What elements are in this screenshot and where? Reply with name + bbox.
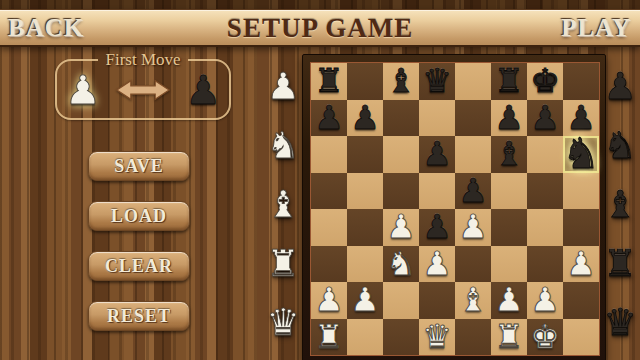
square-c3[interactable]: ♞ bbox=[383, 246, 419, 283]
square-f7[interactable]: ♟ bbox=[491, 100, 527, 137]
square-e1[interactable] bbox=[455, 319, 491, 356]
reset-button[interactable]: RESET bbox=[88, 301, 190, 331]
square-c6[interactable] bbox=[383, 136, 419, 173]
clear-button[interactable]: CLEAR bbox=[88, 251, 190, 281]
square-e6[interactable] bbox=[455, 136, 491, 173]
black-pawn-tray-piece[interactable]: ♟ bbox=[603, 66, 636, 107]
square-f6[interactable]: ♝ bbox=[491, 136, 527, 173]
square-d4[interactable]: ♟ bbox=[419, 209, 455, 246]
square-a3[interactable] bbox=[311, 246, 347, 283]
square-e2[interactable]: ♝ bbox=[455, 282, 491, 319]
black-queen[interactable]: ♛ bbox=[422, 63, 452, 99]
first-move-black-pawn[interactable]: ♟ bbox=[185, 70, 221, 110]
square-d1[interactable]: ♛ bbox=[419, 319, 455, 356]
square-c7[interactable] bbox=[383, 100, 419, 137]
square-f3[interactable] bbox=[491, 246, 527, 283]
white-pawn[interactable]: ♟ bbox=[458, 209, 488, 245]
white-pawn[interactable]: ♟ bbox=[386, 209, 416, 245]
black-piece-tray: ♟♞♝♜♛ bbox=[597, 66, 640, 343]
white-bishop-tray-piece[interactable]: ♝ bbox=[266, 184, 299, 225]
square-d3[interactable]: ♟ bbox=[419, 246, 455, 283]
white-pawn[interactable]: ♟ bbox=[314, 282, 344, 318]
clear-button-label: CLEAR bbox=[105, 256, 173, 277]
black-pawn[interactable]: ♟ bbox=[422, 136, 452, 172]
black-rook[interactable]: ♜ bbox=[494, 63, 524, 99]
black-pawn[interactable]: ♟ bbox=[350, 100, 380, 136]
square-h2[interactable] bbox=[563, 282, 599, 319]
load-button[interactable]: LOAD bbox=[88, 201, 190, 231]
white-bishop[interactable]: ♝ bbox=[458, 282, 488, 318]
square-b2[interactable]: ♟ bbox=[347, 282, 383, 319]
black-rook-tray-piece[interactable]: ♜ bbox=[603, 243, 636, 284]
square-h1[interactable] bbox=[563, 319, 599, 356]
black-queen-tray-piece[interactable]: ♛ bbox=[603, 302, 636, 343]
square-d8[interactable]: ♛ bbox=[419, 63, 455, 100]
square-g2[interactable]: ♟ bbox=[527, 282, 563, 319]
square-e3[interactable] bbox=[455, 246, 491, 283]
square-c2[interactable] bbox=[383, 282, 419, 319]
square-f1[interactable]: ♜ bbox=[491, 319, 527, 356]
square-h3[interactable]: ♟ bbox=[563, 246, 599, 283]
square-a1[interactable]: ♜ bbox=[311, 319, 347, 356]
white-knight[interactable]: ♞ bbox=[386, 246, 416, 282]
square-b6[interactable] bbox=[347, 136, 383, 173]
black-bishop[interactable]: ♝ bbox=[494, 136, 524, 172]
setup-game-screen: BACK SETUP GAME PLAY First Move ♟ ♟ SAVE… bbox=[0, 0, 640, 360]
square-g1[interactable]: ♚ bbox=[527, 319, 563, 356]
square-g4[interactable] bbox=[527, 209, 563, 246]
white-rook[interactable]: ♜ bbox=[494, 319, 524, 355]
square-b8[interactable] bbox=[347, 63, 383, 100]
load-button-label: LOAD bbox=[111, 206, 167, 227]
black-bishop-tray-piece[interactable]: ♝ bbox=[603, 184, 636, 225]
square-b4[interactable] bbox=[347, 209, 383, 246]
white-pawn[interactable]: ♟ bbox=[530, 282, 560, 318]
white-pawn[interactable]: ♟ bbox=[350, 282, 380, 318]
square-g8[interactable]: ♚ bbox=[527, 63, 563, 100]
white-pawn-tray-piece[interactable]: ♟ bbox=[266, 66, 299, 107]
first-move-label: First Move bbox=[98, 50, 187, 70]
first-move-selector: First Move ♟ ♟ bbox=[55, 50, 231, 120]
white-pawn[interactable]: ♟ bbox=[566, 246, 596, 282]
board-frame: ♜♝♛♜♚♟♟♟♟♟♟♝♞♟♟♟♟♞♟♟♟♟♝♟♟♜♛♜♚ bbox=[302, 54, 606, 360]
square-a5[interactable] bbox=[311, 173, 347, 210]
square-c5[interactable] bbox=[383, 173, 419, 210]
black-pawn[interactable]: ♟ bbox=[314, 100, 344, 136]
square-h8[interactable] bbox=[563, 63, 599, 100]
black-pawn[interactable]: ♟ bbox=[458, 173, 488, 209]
square-f8[interactable]: ♜ bbox=[491, 63, 527, 100]
square-c4[interactable]: ♟ bbox=[383, 209, 419, 246]
white-rook-tray-piece[interactable]: ♜ bbox=[266, 243, 299, 284]
black-pawn[interactable]: ♟ bbox=[530, 100, 560, 136]
white-pawn[interactable]: ♟ bbox=[494, 282, 524, 318]
black-bishop[interactable]: ♝ bbox=[386, 63, 416, 99]
square-a7[interactable]: ♟ bbox=[311, 100, 347, 137]
black-knight[interactable]: ♞ bbox=[562, 136, 600, 172]
save-button-label: SAVE bbox=[114, 156, 164, 177]
first-move-options: ♟ ♟ bbox=[65, 68, 221, 112]
square-e8[interactable] bbox=[455, 63, 491, 100]
black-rook[interactable]: ♜ bbox=[314, 63, 344, 99]
square-f2[interactable]: ♟ bbox=[491, 282, 527, 319]
white-rook[interactable]: ♜ bbox=[314, 319, 344, 355]
square-d7[interactable] bbox=[419, 100, 455, 137]
top-wood-strip bbox=[0, 0, 640, 9]
square-a8[interactable]: ♜ bbox=[311, 63, 347, 100]
square-c1[interactable] bbox=[383, 319, 419, 356]
play-button[interactable]: PLAY bbox=[561, 14, 631, 42]
square-e5[interactable]: ♟ bbox=[455, 173, 491, 210]
square-h6[interactable]: ♞ bbox=[563, 136, 599, 173]
square-a2[interactable]: ♟ bbox=[311, 282, 347, 319]
square-c8[interactable]: ♝ bbox=[383, 63, 419, 100]
first-move-white-pawn[interactable]: ♟ bbox=[65, 70, 101, 110]
white-queen-tray-piece[interactable]: ♛ bbox=[266, 302, 299, 343]
page-title: SETUP GAME bbox=[0, 13, 640, 44]
board: ♜♝♛♜♚♟♟♟♟♟♟♝♞♟♟♟♟♞♟♟♟♟♝♟♟♜♛♜♚ bbox=[310, 62, 600, 356]
square-b7[interactable]: ♟ bbox=[347, 100, 383, 137]
white-piece-tray: ♟♞♝♜♛ bbox=[260, 66, 306, 343]
square-e7[interactable] bbox=[455, 100, 491, 137]
square-g7[interactable]: ♟ bbox=[527, 100, 563, 137]
black-king[interactable]: ♚ bbox=[530, 63, 560, 99]
square-f5[interactable] bbox=[491, 173, 527, 210]
square-b3[interactable] bbox=[347, 246, 383, 283]
reset-button-label: RESET bbox=[107, 306, 171, 327]
square-d6[interactable]: ♟ bbox=[419, 136, 455, 173]
black-knight-tray-piece[interactable]: ♞ bbox=[603, 125, 636, 166]
square-e4[interactable]: ♟ bbox=[455, 209, 491, 246]
title-bar: BACK SETUP GAME PLAY bbox=[0, 9, 640, 47]
square-a6[interactable] bbox=[311, 136, 347, 173]
square-b1[interactable] bbox=[347, 319, 383, 356]
save-button[interactable]: SAVE bbox=[88, 151, 190, 181]
square-g3[interactable] bbox=[527, 246, 563, 283]
white-queen[interactable]: ♛ bbox=[422, 319, 452, 355]
swap-arrow-icon[interactable] bbox=[115, 78, 171, 102]
black-pawn[interactable]: ♟ bbox=[422, 209, 452, 245]
white-king[interactable]: ♚ bbox=[530, 319, 560, 355]
square-g5[interactable] bbox=[527, 173, 563, 210]
square-b5[interactable] bbox=[347, 173, 383, 210]
black-pawn[interactable]: ♟ bbox=[494, 100, 524, 136]
square-d5[interactable] bbox=[419, 173, 455, 210]
square-g6[interactable] bbox=[527, 136, 563, 173]
white-pawn[interactable]: ♟ bbox=[422, 246, 452, 282]
square-d2[interactable] bbox=[419, 282, 455, 319]
white-knight-tray-piece[interactable]: ♞ bbox=[266, 125, 299, 166]
square-f4[interactable] bbox=[491, 209, 527, 246]
square-a4[interactable] bbox=[311, 209, 347, 246]
square-h4[interactable] bbox=[563, 209, 599, 246]
